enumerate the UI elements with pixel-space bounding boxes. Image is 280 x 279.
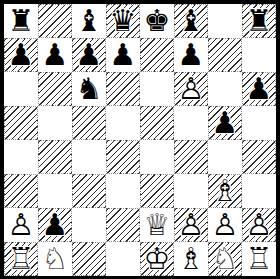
black-queen[interactable]: ♛♛ bbox=[107, 5, 139, 37]
square-h4[interactable] bbox=[242, 140, 276, 174]
square-f2[interactable]: ♟♙ bbox=[174, 208, 208, 242]
square-g3[interactable]: ♝♗ bbox=[208, 174, 242, 208]
black-pawn-glyph: ♟ bbox=[5, 39, 37, 71]
white-pawn[interactable]: ♟♙ bbox=[208, 208, 242, 242]
square-c7[interactable]: ♟♟ bbox=[72, 38, 106, 72]
white-queen[interactable]: ♛♕ bbox=[140, 208, 174, 242]
black-pawn[interactable]: ♟♟ bbox=[38, 38, 72, 72]
white-king[interactable]: ♚♔ bbox=[141, 243, 173, 275]
white-rook-glyph: ♖ bbox=[242, 242, 276, 276]
square-g2[interactable]: ♟♙ bbox=[208, 208, 242, 242]
white-queen-glyph: ♕ bbox=[140, 208, 174, 242]
square-d2[interactable] bbox=[106, 208, 140, 242]
square-b4[interactable] bbox=[38, 140, 72, 174]
black-rook[interactable]: ♜♜ bbox=[4, 4, 38, 38]
white-rook[interactable]: ♜♖ bbox=[5, 243, 37, 275]
white-rook-glyph: ♖ bbox=[5, 243, 37, 275]
square-h5[interactable] bbox=[242, 106, 276, 140]
black-pawn[interactable]: ♟♟ bbox=[174, 38, 208, 72]
square-d7[interactable]: ♟♟ bbox=[106, 38, 140, 72]
square-h8[interactable]: ♜♜ bbox=[242, 4, 276, 38]
white-bishop-glyph: ♗ bbox=[209, 175, 241, 207]
black-bishop[interactable]: ♝♝ bbox=[175, 5, 207, 37]
square-d6[interactable] bbox=[106, 72, 140, 106]
square-e5[interactable] bbox=[140, 106, 174, 140]
black-pawn-glyph: ♟ bbox=[38, 38, 72, 72]
white-bishop[interactable]: ♝♗ bbox=[209, 175, 241, 207]
black-bishop-glyph: ♝ bbox=[72, 4, 106, 38]
white-knight[interactable]: ♞♘ bbox=[38, 242, 72, 276]
square-c8[interactable]: ♝♝ bbox=[72, 4, 106, 38]
black-pawn-glyph: ♟ bbox=[39, 209, 71, 241]
square-g7[interactable] bbox=[208, 38, 242, 72]
square-f4[interactable] bbox=[174, 140, 208, 174]
square-e6[interactable] bbox=[140, 72, 174, 106]
square-f1[interactable]: ♝♗ bbox=[174, 242, 208, 276]
white-pawn-glyph: ♙ bbox=[175, 73, 207, 105]
square-e2[interactable]: ♛♕ bbox=[140, 208, 174, 242]
black-rook-glyph: ♜ bbox=[243, 5, 275, 37]
chess-board-frame: ♜♜♝♝♛♛♚♚♝♝♜♜♟♟♟♟♟♟♟♟♟♟♞♞♟♙♟♟♟♟♝♗♟♙♟♟♛♕♟♙… bbox=[0, 0, 280, 279]
square-b6[interactable] bbox=[38, 72, 72, 106]
square-b2[interactable]: ♟♟ bbox=[38, 208, 72, 242]
black-bishop-glyph: ♝ bbox=[175, 5, 207, 37]
black-king-glyph: ♚ bbox=[140, 4, 174, 38]
black-pawn[interactable]: ♟♟ bbox=[39, 209, 71, 241]
black-bishop[interactable]: ♝♝ bbox=[72, 4, 106, 38]
white-pawn[interactable]: ♟♙ bbox=[4, 208, 38, 242]
square-a7[interactable]: ♟♟ bbox=[4, 38, 38, 72]
black-rook[interactable]: ♜♜ bbox=[243, 5, 275, 37]
black-pawn-glyph: ♟ bbox=[174, 38, 208, 72]
square-h1[interactable]: ♜♖ bbox=[242, 242, 276, 276]
square-d8[interactable]: ♛♛ bbox=[106, 4, 140, 38]
square-e1[interactable]: ♚♔ bbox=[140, 242, 174, 276]
white-pawn[interactable]: ♟♙ bbox=[243, 209, 275, 241]
white-pawn-glyph: ♙ bbox=[175, 209, 207, 241]
white-pawn-glyph: ♙ bbox=[4, 208, 38, 242]
square-h2[interactable]: ♟♙ bbox=[242, 208, 276, 242]
square-e8[interactable]: ♚♚ bbox=[140, 4, 174, 38]
square-d5[interactable] bbox=[106, 106, 140, 140]
black-knight-glyph: ♞ bbox=[72, 72, 106, 106]
white-knight-glyph: ♘ bbox=[209, 243, 241, 275]
square-b8[interactable] bbox=[38, 4, 72, 38]
square-c6[interactable]: ♞♞ bbox=[72, 72, 106, 106]
square-g8[interactable] bbox=[208, 4, 242, 38]
black-rook-glyph: ♜ bbox=[4, 4, 38, 38]
square-a5[interactable] bbox=[4, 106, 38, 140]
white-bishop-glyph: ♗ bbox=[174, 242, 208, 276]
white-pawn[interactable]: ♟♙ bbox=[175, 73, 207, 105]
square-c3[interactable] bbox=[72, 174, 106, 208]
white-pawn[interactable]: ♟♙ bbox=[175, 209, 207, 241]
square-b7[interactable]: ♟♟ bbox=[38, 38, 72, 72]
square-b3[interactable] bbox=[38, 174, 72, 208]
square-h3[interactable] bbox=[242, 174, 276, 208]
black-pawn-glyph: ♟ bbox=[73, 39, 105, 71]
square-a3[interactable] bbox=[4, 174, 38, 208]
square-d4[interactable] bbox=[106, 140, 140, 174]
black-queen-glyph: ♛ bbox=[107, 5, 139, 37]
square-c2[interactable] bbox=[72, 208, 106, 242]
square-g1[interactable]: ♞♘ bbox=[208, 242, 242, 276]
square-f3[interactable] bbox=[174, 174, 208, 208]
white-rook[interactable]: ♜♖ bbox=[242, 242, 276, 276]
white-pawn-glyph: ♙ bbox=[243, 209, 275, 241]
black-pawn-glyph: ♟ bbox=[243, 73, 275, 105]
square-b5[interactable] bbox=[38, 106, 72, 140]
white-pawn-glyph: ♙ bbox=[208, 208, 242, 242]
square-d1[interactable] bbox=[106, 242, 140, 276]
white-bishop[interactable]: ♝♗ bbox=[174, 242, 208, 276]
square-d3[interactable] bbox=[106, 174, 140, 208]
chess-board: ♜♜♝♝♛♛♚♚♝♝♜♜♟♟♟♟♟♟♟♟♟♟♞♞♟♙♟♟♟♟♝♗♟♙♟♟♛♕♟♙… bbox=[4, 4, 276, 276]
square-a4[interactable] bbox=[4, 140, 38, 174]
black-king[interactable]: ♚♚ bbox=[140, 4, 174, 38]
square-a2[interactable]: ♟♙ bbox=[4, 208, 38, 242]
square-f6[interactable]: ♟♙ bbox=[174, 72, 208, 106]
square-e3[interactable] bbox=[140, 174, 174, 208]
square-h7[interactable] bbox=[242, 38, 276, 72]
white-knight-glyph: ♘ bbox=[38, 242, 72, 276]
square-a1[interactable]: ♜♖ bbox=[4, 242, 38, 276]
square-c5[interactable] bbox=[72, 106, 106, 140]
square-a8[interactable]: ♜♜ bbox=[4, 4, 38, 38]
square-e4[interactable] bbox=[140, 140, 174, 174]
square-a6[interactable] bbox=[4, 72, 38, 106]
black-knight[interactable]: ♞♞ bbox=[72, 72, 106, 106]
black-pawn[interactable]: ♟♟ bbox=[73, 39, 105, 71]
square-g6[interactable] bbox=[208, 72, 242, 106]
square-e7[interactable] bbox=[140, 38, 174, 72]
square-b1[interactable]: ♞♘ bbox=[38, 242, 72, 276]
black-pawn[interactable]: ♟♟ bbox=[106, 38, 140, 72]
black-pawn[interactable]: ♟♟ bbox=[209, 107, 241, 139]
square-h6[interactable]: ♟♟ bbox=[242, 72, 276, 106]
square-g5[interactable]: ♟♟ bbox=[208, 106, 242, 140]
square-f8[interactable]: ♝♝ bbox=[174, 4, 208, 38]
black-pawn[interactable]: ♟♟ bbox=[243, 73, 275, 105]
square-c1[interactable] bbox=[72, 242, 106, 276]
black-pawn-glyph: ♟ bbox=[106, 38, 140, 72]
white-knight[interactable]: ♞♘ bbox=[209, 243, 241, 275]
square-f7[interactable]: ♟♟ bbox=[174, 38, 208, 72]
square-f5[interactable] bbox=[174, 106, 208, 140]
black-pawn[interactable]: ♟♟ bbox=[5, 39, 37, 71]
square-c4[interactable] bbox=[72, 140, 106, 174]
white-king-glyph: ♔ bbox=[141, 243, 173, 275]
black-pawn-glyph: ♟ bbox=[209, 107, 241, 139]
square-g4[interactable] bbox=[208, 140, 242, 174]
